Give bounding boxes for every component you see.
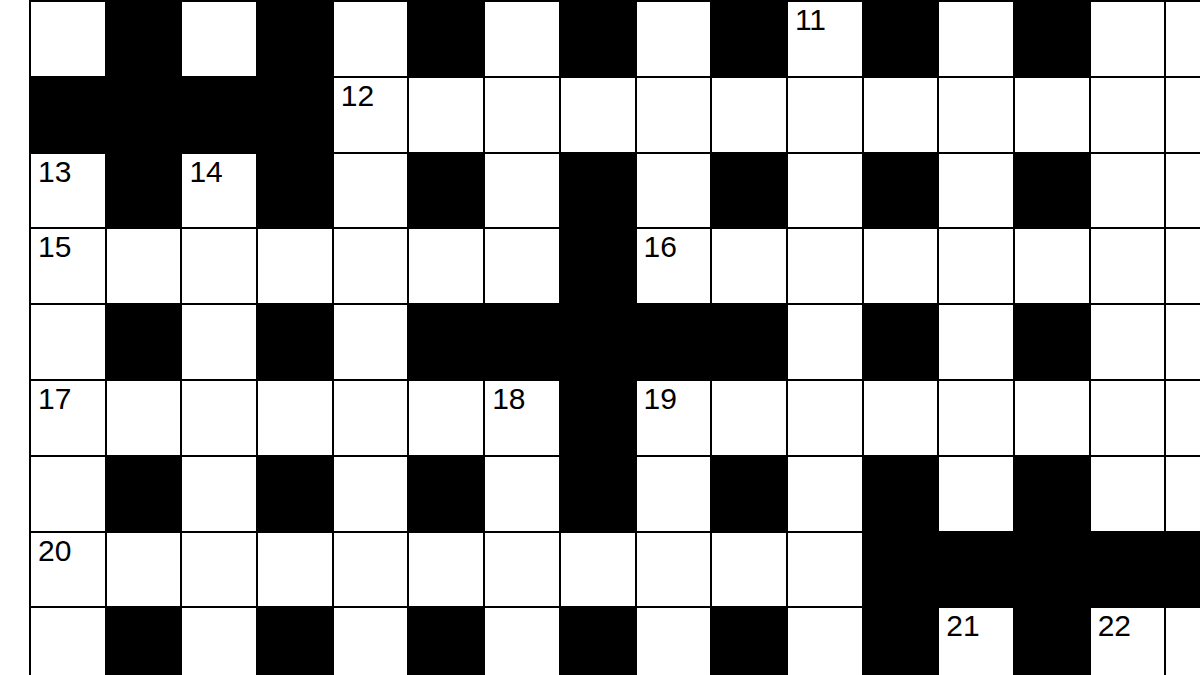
clue-number: 12 xyxy=(334,78,408,112)
white-cell[interactable] xyxy=(485,154,559,228)
white-cell[interactable] xyxy=(409,78,483,152)
white-cell[interactable] xyxy=(561,78,635,152)
clue-number: 20 xyxy=(31,533,105,567)
clue-number: 17 xyxy=(31,381,105,415)
white-cell[interactable] xyxy=(1166,2,1200,76)
black-cell xyxy=(258,78,332,152)
black-cell xyxy=(107,78,181,152)
white-cell[interactable] xyxy=(1091,381,1165,455)
white-cell[interactable] xyxy=(485,78,559,152)
black-cell xyxy=(864,305,938,379)
black-cell xyxy=(561,229,635,303)
black-cell xyxy=(864,457,938,531)
white-cell[interactable] xyxy=(788,381,862,455)
white-cell[interactable] xyxy=(788,229,862,303)
clue-number: 16 xyxy=(637,229,711,263)
white-cell[interactable] xyxy=(712,229,786,303)
white-cell[interactable] xyxy=(637,608,711,675)
black-cell xyxy=(864,2,938,76)
white-cell[interactable] xyxy=(864,78,938,152)
black-cell xyxy=(712,457,786,531)
clue-number: 22 xyxy=(1091,608,1165,642)
white-cell[interactable]: 11 xyxy=(788,2,862,76)
white-cell[interactable] xyxy=(485,608,559,675)
white-cell[interactable] xyxy=(788,457,862,531)
white-cell[interactable] xyxy=(334,381,408,455)
white-cell[interactable] xyxy=(637,2,711,76)
black-cell xyxy=(107,154,181,228)
white-cell[interactable] xyxy=(31,2,105,76)
black-cell xyxy=(107,457,181,531)
white-cell[interactable] xyxy=(409,229,483,303)
white-cell[interactable] xyxy=(864,381,938,455)
black-cell xyxy=(561,154,635,228)
black-cell xyxy=(712,608,786,675)
black-cell xyxy=(409,608,483,675)
black-cell xyxy=(1015,608,1089,675)
white-cell[interactable] xyxy=(1091,457,1165,531)
white-cell[interactable] xyxy=(182,608,256,675)
white-cell[interactable] xyxy=(107,381,181,455)
white-cell[interactable] xyxy=(1015,381,1089,455)
white-cell[interactable] xyxy=(788,305,862,379)
clue-number: 21 xyxy=(939,608,1013,642)
white-cell[interactable] xyxy=(712,381,786,455)
black-cell xyxy=(561,381,635,455)
black-cell xyxy=(1015,305,1089,379)
black-cell xyxy=(1015,2,1089,76)
white-cell[interactable] xyxy=(334,229,408,303)
white-cell[interactable] xyxy=(485,2,559,76)
white-cell[interactable] xyxy=(334,305,408,379)
white-cell[interactable] xyxy=(334,608,408,675)
white-cell[interactable] xyxy=(712,533,786,607)
clue-number: 15 xyxy=(31,229,105,263)
white-cell[interactable] xyxy=(1166,381,1200,455)
white-cell[interactable]: 16 xyxy=(637,229,711,303)
white-cell[interactable] xyxy=(1166,78,1200,152)
black-cell xyxy=(409,305,483,379)
black-cell xyxy=(864,608,938,675)
white-cell[interactable] xyxy=(637,154,711,228)
white-cell[interactable]: 19 xyxy=(637,381,711,455)
white-cell[interactable]: 13 xyxy=(31,154,105,228)
white-cell[interactable] xyxy=(409,533,483,607)
white-cell[interactable]: 12 xyxy=(334,78,408,152)
black-cell xyxy=(409,457,483,531)
white-cell[interactable] xyxy=(485,457,559,531)
white-cell[interactable]: 17 xyxy=(31,381,105,455)
black-cell xyxy=(939,533,1013,607)
black-cell xyxy=(258,608,332,675)
white-cell[interactable] xyxy=(258,229,332,303)
white-cell[interactable] xyxy=(182,533,256,607)
white-cell[interactable] xyxy=(182,457,256,531)
white-cell[interactable]: 22 xyxy=(1091,608,1165,675)
white-cell[interactable] xyxy=(334,457,408,531)
white-cell[interactable] xyxy=(1166,154,1200,228)
white-cell[interactable] xyxy=(31,457,105,531)
white-cell[interactable] xyxy=(182,229,256,303)
white-cell[interactable] xyxy=(1166,229,1200,303)
clue-number: 11 xyxy=(788,2,862,36)
white-cell[interactable] xyxy=(182,381,256,455)
black-cell xyxy=(409,154,483,228)
white-cell[interactable]: 14 xyxy=(182,154,256,228)
white-cell[interactable] xyxy=(31,305,105,379)
black-cell xyxy=(258,2,332,76)
white-cell[interactable]: 20 xyxy=(31,533,105,607)
black-cell xyxy=(712,154,786,228)
white-cell[interactable] xyxy=(1015,78,1089,152)
black-cell xyxy=(409,2,483,76)
white-cell[interactable] xyxy=(182,2,256,76)
black-cell xyxy=(561,457,635,531)
black-cell xyxy=(182,78,256,152)
black-cell xyxy=(31,78,105,152)
black-cell xyxy=(485,305,559,379)
white-cell[interactable] xyxy=(788,608,862,675)
clue-number: 13 xyxy=(31,154,105,188)
white-cell[interactable] xyxy=(1166,608,1200,675)
white-cell[interactable] xyxy=(939,229,1013,303)
white-cell[interactable] xyxy=(939,381,1013,455)
white-cell[interactable] xyxy=(712,78,786,152)
black-cell xyxy=(258,305,332,379)
black-cell xyxy=(712,305,786,379)
white-cell[interactable] xyxy=(258,381,332,455)
white-cell[interactable] xyxy=(334,2,408,76)
white-cell[interactable] xyxy=(1091,78,1165,152)
white-cell[interactable] xyxy=(1091,229,1165,303)
white-cell[interactable] xyxy=(561,533,635,607)
black-cell xyxy=(1015,457,1089,531)
white-cell[interactable] xyxy=(107,533,181,607)
white-cell[interactable] xyxy=(1091,154,1165,228)
black-cell xyxy=(864,533,938,607)
black-cell xyxy=(1015,533,1089,607)
black-cell xyxy=(561,305,635,379)
white-cell[interactable] xyxy=(939,457,1013,531)
black-cell xyxy=(107,2,181,76)
white-cell[interactable] xyxy=(1091,305,1165,379)
white-cell[interactable] xyxy=(939,154,1013,228)
black-cell xyxy=(561,2,635,76)
clue-number: 19 xyxy=(637,381,711,415)
white-cell[interactable] xyxy=(939,305,1013,379)
white-cell[interactable] xyxy=(31,608,105,675)
white-cell[interactable] xyxy=(485,533,559,607)
crossword-grid: 111213141516171819202122 xyxy=(29,0,1200,675)
white-cell[interactable] xyxy=(788,78,862,152)
white-cell[interactable] xyxy=(334,533,408,607)
white-cell[interactable]: 21 xyxy=(939,608,1013,675)
white-cell[interactable] xyxy=(788,533,862,607)
black-cell xyxy=(1015,154,1089,228)
white-cell[interactable] xyxy=(1015,229,1089,303)
black-cell xyxy=(258,154,332,228)
clue-number: 14 xyxy=(182,154,256,188)
black-cell xyxy=(258,457,332,531)
white-cell[interactable] xyxy=(637,78,711,152)
black-cell xyxy=(712,2,786,76)
black-cell xyxy=(1091,533,1165,607)
white-cell[interactable]: 18 xyxy=(485,381,559,455)
clue-number: 18 xyxy=(485,381,559,415)
white-cell[interactable] xyxy=(1091,2,1165,76)
white-cell[interactable] xyxy=(864,229,938,303)
white-cell[interactable] xyxy=(485,229,559,303)
black-cell xyxy=(107,608,181,675)
white-cell[interactable] xyxy=(637,457,711,531)
white-cell[interactable] xyxy=(1166,305,1200,379)
white-cell[interactable] xyxy=(939,2,1013,76)
white-cell[interactable] xyxy=(258,533,332,607)
white-cell[interactable] xyxy=(334,154,408,228)
black-cell xyxy=(107,305,181,379)
white-cell[interactable] xyxy=(182,305,256,379)
white-cell[interactable] xyxy=(1166,457,1200,531)
white-cell[interactable] xyxy=(939,78,1013,152)
black-cell xyxy=(561,608,635,675)
black-cell xyxy=(864,154,938,228)
white-cell[interactable] xyxy=(409,381,483,455)
white-cell[interactable]: 15 xyxy=(31,229,105,303)
black-cell xyxy=(1166,533,1200,607)
white-cell[interactable] xyxy=(107,229,181,303)
black-cell xyxy=(637,305,711,379)
white-cell[interactable] xyxy=(788,154,862,228)
white-cell[interactable] xyxy=(637,533,711,607)
